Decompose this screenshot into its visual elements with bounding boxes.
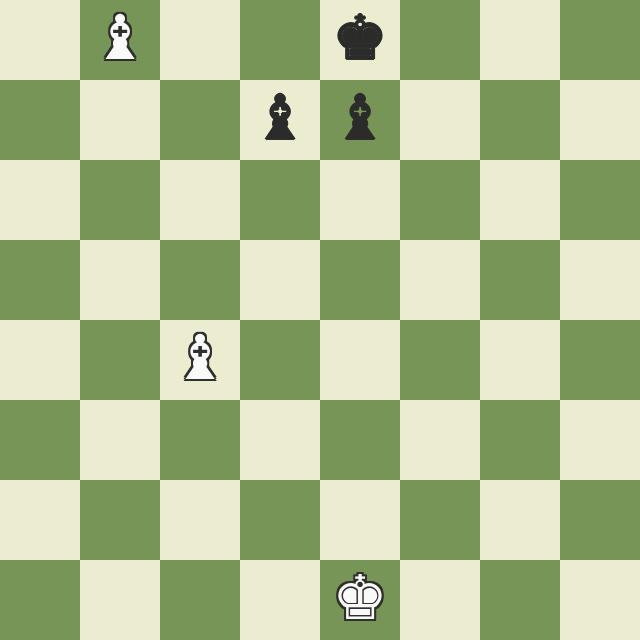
- square-g4[interactable]: [480, 320, 560, 400]
- black-bishop[interactable]: ♝: [252, 87, 308, 149]
- square-a1[interactable]: [0, 560, 80, 640]
- square-b4[interactable]: [80, 320, 160, 400]
- square-d6[interactable]: [240, 160, 320, 240]
- square-h4[interactable]: [560, 320, 640, 400]
- square-a2[interactable]: [0, 480, 80, 560]
- square-h8[interactable]: [560, 0, 640, 80]
- square-c7[interactable]: [160, 80, 240, 160]
- square-c4[interactable]: ♝: [160, 320, 240, 400]
- square-b2[interactable]: [80, 480, 160, 560]
- square-a7[interactable]: [0, 80, 80, 160]
- square-c8[interactable]: [160, 0, 240, 80]
- square-f4[interactable]: [400, 320, 480, 400]
- square-f2[interactable]: [400, 480, 480, 560]
- square-h7[interactable]: [560, 80, 640, 160]
- square-b8[interactable]: ♝: [80, 0, 160, 80]
- square-h2[interactable]: [560, 480, 640, 560]
- square-f1[interactable]: [400, 560, 480, 640]
- square-a8[interactable]: [0, 0, 80, 80]
- square-f5[interactable]: [400, 240, 480, 320]
- square-h6[interactable]: [560, 160, 640, 240]
- square-a4[interactable]: [0, 320, 80, 400]
- square-e5[interactable]: [320, 240, 400, 320]
- square-e4[interactable]: [320, 320, 400, 400]
- square-b6[interactable]: [80, 160, 160, 240]
- square-c6[interactable]: [160, 160, 240, 240]
- black-king[interactable]: ♚: [332, 7, 388, 69]
- square-d7[interactable]: ♝: [240, 80, 320, 160]
- square-b7[interactable]: [80, 80, 160, 160]
- square-g2[interactable]: [480, 480, 560, 560]
- square-b3[interactable]: [80, 400, 160, 480]
- square-f7[interactable]: [400, 80, 480, 160]
- square-f6[interactable]: [400, 160, 480, 240]
- white-bishop[interactable]: ♝: [92, 7, 148, 69]
- square-g1[interactable]: [480, 560, 560, 640]
- square-d8[interactable]: [240, 0, 320, 80]
- square-a3[interactable]: [0, 400, 80, 480]
- square-f3[interactable]: [400, 400, 480, 480]
- square-c3[interactable]: [160, 400, 240, 480]
- square-e1[interactable]: ♚: [320, 560, 400, 640]
- square-c5[interactable]: [160, 240, 240, 320]
- square-e6[interactable]: [320, 160, 400, 240]
- square-h5[interactable]: [560, 240, 640, 320]
- square-d5[interactable]: [240, 240, 320, 320]
- square-d4[interactable]: [240, 320, 320, 400]
- square-e2[interactable]: [320, 480, 400, 560]
- square-c1[interactable]: [160, 560, 240, 640]
- square-g7[interactable]: [480, 80, 560, 160]
- white-king[interactable]: ♚: [332, 567, 388, 629]
- square-c2[interactable]: [160, 480, 240, 560]
- chess-board: ♝♚♝♝♝♚: [0, 0, 640, 640]
- square-a6[interactable]: [0, 160, 80, 240]
- square-b5[interactable]: [80, 240, 160, 320]
- black-bishop[interactable]: ♝: [332, 87, 388, 149]
- square-g6[interactable]: [480, 160, 560, 240]
- square-e7[interactable]: ♝: [320, 80, 400, 160]
- square-d1[interactable]: [240, 560, 320, 640]
- square-e3[interactable]: [320, 400, 400, 480]
- square-g5[interactable]: [480, 240, 560, 320]
- white-bishop[interactable]: ♝: [172, 327, 228, 389]
- square-h1[interactable]: [560, 560, 640, 640]
- square-d3[interactable]: [240, 400, 320, 480]
- square-g3[interactable]: [480, 400, 560, 480]
- square-f8[interactable]: [400, 0, 480, 80]
- square-h3[interactable]: [560, 400, 640, 480]
- square-d2[interactable]: [240, 480, 320, 560]
- square-a5[interactable]: [0, 240, 80, 320]
- square-g8[interactable]: [480, 0, 560, 80]
- square-e8[interactable]: ♚: [320, 0, 400, 80]
- square-b1[interactable]: [80, 560, 160, 640]
